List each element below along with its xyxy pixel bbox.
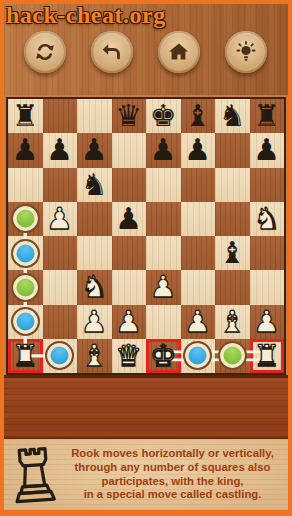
home-icon xyxy=(167,40,191,64)
square-a5[interactable] xyxy=(8,202,43,236)
piece-white-pawn[interactable]: ♟ xyxy=(253,307,280,337)
square-g6[interactable] xyxy=(215,168,250,202)
square-b3[interactable] xyxy=(43,270,78,304)
piece-black-pawn[interactable]: ♟ xyxy=(115,204,142,234)
undo-button[interactable] xyxy=(91,31,133,73)
piece-black-pawn[interactable]: ♟ xyxy=(46,135,73,165)
square-f2[interactable]: ♟ xyxy=(181,305,216,339)
move-dot-blue[interactable] xyxy=(45,341,74,370)
piece-black-pawn[interactable]: ♟ xyxy=(253,135,280,165)
square-b2[interactable] xyxy=(43,305,78,339)
square-a2[interactable] xyxy=(8,305,43,339)
square-e7[interactable]: ♟ xyxy=(146,133,181,167)
tutorial-line: in a special move called castling. xyxy=(61,488,284,502)
square-b1[interactable] xyxy=(43,339,78,373)
piece-black-knight[interactable]: ♞ xyxy=(81,170,108,200)
tutorial-panel: Rook moves horizontally or vertically, t… xyxy=(4,437,288,510)
square-e1[interactable]: ♚ xyxy=(146,339,181,373)
piece-black-knight[interactable]: ♞ xyxy=(219,101,246,131)
piece-black-rook[interactable]: ♜ xyxy=(12,101,39,131)
square-h1[interactable]: ♜ xyxy=(250,339,285,373)
square-h2[interactable]: ♟ xyxy=(250,305,285,339)
square-e2[interactable] xyxy=(146,305,181,339)
square-c8[interactable] xyxy=(77,99,112,133)
rook-outline-icon xyxy=(9,443,59,509)
piece-white-pawn[interactable]: ♟ xyxy=(46,204,73,234)
square-a1[interactable]: ♜ xyxy=(8,339,43,373)
square-a7[interactable]: ♟ xyxy=(8,133,43,167)
square-b4[interactable] xyxy=(43,236,78,270)
square-c3[interactable]: ♞ xyxy=(77,270,112,304)
move-dot-blue[interactable] xyxy=(11,239,40,268)
square-g2[interactable]: ♝ xyxy=(215,305,250,339)
square-g5[interactable] xyxy=(215,202,250,236)
piece-black-king[interactable]: ♚ xyxy=(150,101,177,131)
square-f3[interactable] xyxy=(181,270,216,304)
tutorial-line: through any number of squares also xyxy=(61,461,284,475)
move-dot-green[interactable] xyxy=(11,273,40,302)
square-f5[interactable] xyxy=(181,202,216,236)
square-a6[interactable] xyxy=(8,168,43,202)
piece-black-pawn[interactable]: ♟ xyxy=(81,135,108,165)
piece-white-bishop[interactable]: ♝ xyxy=(219,307,246,337)
square-g4[interactable]: ♝ xyxy=(215,236,250,270)
undo-arrow-icon xyxy=(100,40,124,64)
square-e4[interactable] xyxy=(146,236,181,270)
square-h7[interactable]: ♟ xyxy=(250,133,285,167)
square-d8[interactable]: ♛ xyxy=(112,99,147,133)
square-c1[interactable]: ♝ xyxy=(77,339,112,373)
square-h8[interactable]: ♜ xyxy=(250,99,285,133)
watermark: hack-cheat.org xyxy=(6,2,166,29)
piece-white-queen[interactable]: ♛ xyxy=(115,341,142,371)
piece-white-pawn[interactable]: ♟ xyxy=(81,307,108,337)
square-d6[interactable] xyxy=(112,168,147,202)
square-d1[interactable]: ♛ xyxy=(112,339,147,373)
square-g3[interactable] xyxy=(215,270,250,304)
square-g1[interactable] xyxy=(215,339,250,373)
square-e8[interactable]: ♚ xyxy=(146,99,181,133)
piece-black-pawn[interactable]: ♟ xyxy=(150,135,177,165)
tutorial-line: participates, with the king, xyxy=(61,475,284,489)
piece-black-bishop[interactable]: ♝ xyxy=(184,101,211,131)
square-e3[interactable]: ♟ xyxy=(146,270,181,304)
piece-black-pawn[interactable]: ♟ xyxy=(184,135,211,165)
move-dot-green[interactable] xyxy=(218,341,247,370)
square-c2[interactable]: ♟ xyxy=(77,305,112,339)
square-f6[interactable] xyxy=(181,168,216,202)
chessboard: ♜♛♚♝♞♜♟♟♟♟♟♟♞♟♟♞♝♞♟♟♟♟♝♟♜♝♛♚♜ xyxy=(6,97,286,375)
piece-black-rook[interactable]: ♜ xyxy=(253,101,280,131)
piece-black-pawn[interactable]: ♟ xyxy=(12,135,39,165)
square-c5[interactable] xyxy=(77,202,112,236)
piece-white-knight[interactable]: ♞ xyxy=(253,204,280,234)
piece-white-pawn[interactable]: ♟ xyxy=(184,307,211,337)
square-b5[interactable]: ♟ xyxy=(43,202,78,236)
square-f1[interactable] xyxy=(181,339,216,373)
square-c7[interactable]: ♟ xyxy=(77,133,112,167)
square-f8[interactable]: ♝ xyxy=(181,99,216,133)
square-d3[interactable] xyxy=(112,270,147,304)
square-h3[interactable] xyxy=(250,270,285,304)
refresh-icon xyxy=(33,40,57,64)
board-grid: ♜♛♚♝♞♜♟♟♟♟♟♟♞♟♟♞♝♞♟♟♟♟♝♟♜♝♛♚♜ xyxy=(8,99,284,373)
square-e6[interactable] xyxy=(146,168,181,202)
move-dot-blue[interactable] xyxy=(11,307,40,336)
wood-divider xyxy=(4,375,288,437)
square-a8[interactable]: ♜ xyxy=(8,99,43,133)
square-c6[interactable]: ♞ xyxy=(77,168,112,202)
square-b6[interactable] xyxy=(43,168,78,202)
piece-white-king[interactable]: ♚ xyxy=(150,341,177,371)
lightbulb-icon xyxy=(234,40,258,64)
piece-white-pawn[interactable]: ♟ xyxy=(115,307,142,337)
square-h6[interactable] xyxy=(250,168,285,202)
square-a3[interactable] xyxy=(8,270,43,304)
square-f7[interactable]: ♟ xyxy=(181,133,216,167)
square-h5[interactable]: ♞ xyxy=(250,202,285,236)
hint-button[interactable] xyxy=(225,31,267,73)
square-g8[interactable]: ♞ xyxy=(215,99,250,133)
square-c4[interactable] xyxy=(77,236,112,270)
square-a4[interactable] xyxy=(8,236,43,270)
square-f4[interactable] xyxy=(181,236,216,270)
piece-black-queen[interactable]: ♛ xyxy=(115,101,142,131)
square-g7[interactable] xyxy=(215,133,250,167)
square-b8[interactable] xyxy=(43,99,78,133)
restart-button[interactable] xyxy=(24,31,66,73)
move-dot-blue[interactable] xyxy=(183,341,212,370)
piece-white-bishop[interactable]: ♝ xyxy=(81,341,108,371)
square-b7[interactable]: ♟ xyxy=(43,133,78,167)
chess-app-screen: hack-cheat.org ♜♛♚♝♞♜♟♟♟♟♟♟♞♟♟♞♝♞♟♟♟♟♝♟♜… xyxy=(0,0,292,516)
piece-white-rook[interactable]: ♜ xyxy=(12,341,39,371)
piece-white-pawn[interactable]: ♟ xyxy=(150,272,177,302)
piece-black-bishop[interactable]: ♝ xyxy=(219,238,246,268)
tutorial-line: Rook moves horizontally or vertically, xyxy=(61,447,284,461)
tutorial-text: Rook moves horizontally or vertically, t… xyxy=(61,447,288,501)
square-d7[interactable] xyxy=(112,133,147,167)
home-button[interactable] xyxy=(158,31,200,73)
move-dot-green[interactable] xyxy=(11,204,40,233)
square-h4[interactable] xyxy=(250,236,285,270)
square-d2[interactable]: ♟ xyxy=(112,305,147,339)
square-d5[interactable]: ♟ xyxy=(112,202,147,236)
square-e5[interactable] xyxy=(146,202,181,236)
piece-white-knight[interactable]: ♞ xyxy=(81,272,108,302)
piece-white-rook[interactable]: ♜ xyxy=(253,341,280,371)
square-d4[interactable] xyxy=(112,236,147,270)
